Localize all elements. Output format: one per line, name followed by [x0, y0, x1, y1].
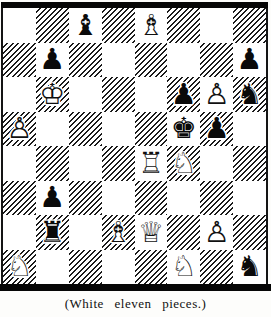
square-d4 [102, 146, 135, 181]
square-g1 [200, 250, 233, 285]
piece-black-pawn: ♟ [36, 43, 69, 78]
piece-white-pawn: ♟♙ [200, 77, 233, 112]
square-c1 [69, 250, 102, 285]
square-f1: ♞♘ [167, 250, 200, 285]
square-h4 [233, 146, 266, 181]
square-g3 [200, 181, 233, 216]
square-g7 [200, 43, 233, 78]
square-b5 [36, 112, 69, 147]
square-g5: ♟ [200, 112, 233, 147]
square-e5 [135, 112, 168, 147]
square-f2 [167, 215, 200, 250]
square-c2 [69, 215, 102, 250]
square-h1: ♞ [233, 250, 266, 285]
square-a6 [3, 77, 36, 112]
caption: (White eleven pieces.) [0, 296, 271, 312]
piece-white-knight: ♞♘ [167, 146, 200, 181]
diagram-page: ♝♝♗♟♟♚♔♟♟♙♞♟♙♚♟♜♖♞♘♟♜♝♗♛♕♟♙♞♘♞♘♞ (White … [0, 0, 271, 317]
square-d5 [102, 112, 135, 147]
square-b4 [36, 146, 69, 181]
square-e1 [135, 250, 168, 285]
piece-black-bishop: ♝ [69, 8, 102, 43]
square-f3 [167, 181, 200, 216]
piece-black-knight: ♞ [233, 77, 266, 112]
square-e4: ♜♖ [135, 146, 168, 181]
square-e6 [135, 77, 168, 112]
square-b6: ♚♔ [36, 77, 69, 112]
piece-white-queen: ♛♕ [135, 215, 168, 250]
piece-white-pawn: ♟♙ [3, 112, 36, 147]
piece-black-king: ♚ [167, 112, 200, 147]
square-a7 [3, 43, 36, 78]
square-h3 [233, 181, 266, 216]
square-a2 [3, 215, 36, 250]
square-b8 [36, 8, 69, 43]
square-e7 [135, 43, 168, 78]
square-c5 [69, 112, 102, 147]
square-e2: ♛♕ [135, 215, 168, 250]
square-f7 [167, 43, 200, 78]
square-g6: ♟♙ [200, 77, 233, 112]
piece-black-pawn: ♟ [167, 77, 200, 112]
piece-black-rook: ♜ [36, 215, 69, 250]
piece-white-bishop: ♝♗ [135, 8, 168, 43]
square-h7: ♟ [233, 43, 266, 78]
square-c6 [69, 77, 102, 112]
square-b1 [36, 250, 69, 285]
piece-white-knight: ♞♘ [3, 250, 36, 285]
board-bottom-border [0, 284, 271, 291]
square-a5: ♟♙ [3, 112, 36, 147]
square-h2 [233, 215, 266, 250]
square-d6 [102, 77, 135, 112]
square-b7: ♟ [36, 43, 69, 78]
square-g2: ♟♙ [200, 215, 233, 250]
chess-board: ♝♝♗♟♟♚♔♟♟♙♞♟♙♚♟♜♖♞♘♟♜♝♗♛♕♟♙♞♘♞♘♞ [3, 8, 266, 284]
piece-black-knight: ♞ [233, 250, 266, 285]
square-c7 [69, 43, 102, 78]
piece-white-bishop: ♝♗ [102, 215, 135, 250]
piece-white-rook: ♜♖ [135, 146, 168, 181]
piece-white-knight: ♞♘ [167, 250, 200, 285]
square-d7 [102, 43, 135, 78]
square-h8 [233, 8, 266, 43]
square-d1 [102, 250, 135, 285]
square-b3: ♟ [36, 181, 69, 216]
piece-white-king: ♚♔ [36, 77, 69, 112]
square-e3 [135, 181, 168, 216]
piece-black-pawn: ♟ [200, 112, 233, 147]
square-a4 [3, 146, 36, 181]
square-f8 [167, 8, 200, 43]
square-h5 [233, 112, 266, 147]
square-d3 [102, 181, 135, 216]
piece-white-pawn: ♟♙ [200, 215, 233, 250]
square-c3 [69, 181, 102, 216]
square-c8: ♝ [69, 8, 102, 43]
piece-black-pawn: ♟ [36, 181, 69, 216]
square-d8 [102, 8, 135, 43]
square-c4 [69, 146, 102, 181]
square-a8 [3, 8, 36, 43]
square-d2: ♝♗ [102, 215, 135, 250]
square-h6: ♞ [233, 77, 266, 112]
square-g8 [200, 8, 233, 43]
square-a3 [3, 181, 36, 216]
square-g4 [200, 146, 233, 181]
square-f5: ♚ [167, 112, 200, 147]
square-e8: ♝♗ [135, 8, 168, 43]
square-a1: ♞♘ [3, 250, 36, 285]
square-b2: ♜ [36, 215, 69, 250]
board-right-border [266, 8, 268, 284]
square-f6: ♟ [167, 77, 200, 112]
square-f4: ♞♘ [167, 146, 200, 181]
piece-black-pawn: ♟ [233, 43, 266, 78]
